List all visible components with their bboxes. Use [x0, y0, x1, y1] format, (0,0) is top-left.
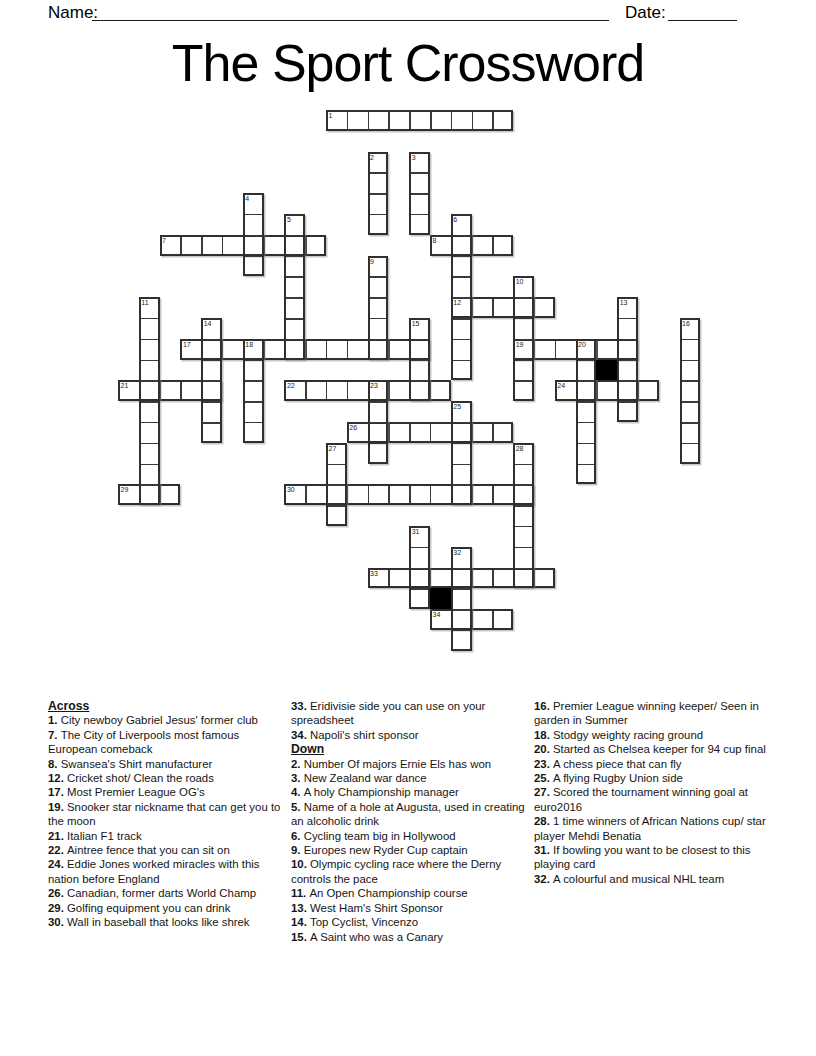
- clue-number-22: 22: [287, 382, 295, 389]
- clue-column-1: Across1. City newboy Gabriel Jesus' form…: [48, 699, 288, 930]
- cell-divider: [222, 237, 224, 254]
- clue-number-33: 33: [370, 570, 378, 577]
- clue-11: 11. An Open Championship course: [291, 886, 531, 900]
- cell-divider: [578, 401, 595, 403]
- cell-divider: [347, 382, 349, 399]
- cell-divider: [245, 380, 262, 382]
- word-8-across[interactable]: [430, 235, 513, 256]
- cell-divider: [492, 570, 494, 587]
- cell-divider: [619, 339, 636, 341]
- cell-divider: [245, 214, 262, 216]
- cell-divider: [141, 318, 158, 320]
- clue-column-3: 16. Premier League winning keeper/ Seen …: [534, 699, 774, 886]
- clue-10: 10. Olympic cycling race where the Derny…: [291, 857, 531, 886]
- cell-divider: [682, 339, 699, 341]
- cell-divider: [515, 505, 532, 507]
- clue-20: 20. Started as Chelsea keeper for 94 cup…: [534, 742, 774, 756]
- clue-22: 22. Aintree fence that you can sit on: [48, 843, 288, 857]
- cell-divider: [453, 609, 470, 611]
- black-cell: [596, 360, 617, 381]
- word-31-down[interactable]: [409, 526, 430, 609]
- clue-5: 5. Name of a hole at Augusta, used in cr…: [291, 800, 531, 829]
- cell-divider: [141, 484, 158, 486]
- clue-number-23: 23: [370, 382, 378, 389]
- date-input-line[interactable]: [668, 2, 737, 21]
- cell-divider: [430, 424, 432, 441]
- across-heading: Across: [48, 699, 288, 713]
- clue-33: 33. Eridivisie side you can use on your …: [291, 699, 531, 728]
- clue-number-30: 30: [287, 486, 295, 493]
- cell-divider: [619, 318, 636, 320]
- cell-divider: [515, 318, 532, 320]
- clue-number-24: 24: [557, 382, 565, 389]
- cell-divider: [388, 570, 390, 587]
- cell-divider: [453, 464, 470, 466]
- cell-divider: [453, 235, 470, 237]
- cell-divider: [305, 486, 307, 503]
- cell-divider: [286, 318, 303, 320]
- clue-number-15: 15: [412, 320, 420, 327]
- cell-divider: [578, 443, 595, 445]
- cell-divider: [451, 112, 453, 129]
- clue-number-3: 3: [412, 154, 416, 161]
- cell-divider: [245, 256, 262, 258]
- cell-divider: [141, 443, 158, 445]
- clue-25: 25. A flying Rugby Union side: [534, 771, 774, 785]
- page-title: The Sport Crossword: [0, 33, 816, 93]
- clue-number-11: 11: [141, 299, 148, 306]
- cell-divider: [453, 318, 470, 320]
- cell-divider: [492, 299, 494, 316]
- cell-divider: [409, 486, 411, 503]
- clue-28: 28. 1 time winners of African Nations cu…: [534, 814, 774, 843]
- cell-divider: [515, 297, 532, 299]
- cell-divider: [388, 486, 390, 503]
- cell-divider: [388, 424, 390, 441]
- word-9-down[interactable]: [368, 256, 389, 360]
- cell-divider: [453, 360, 470, 362]
- date-label: Date:: [625, 3, 666, 23]
- clue-27: 27. Scored the tournament winning goal a…: [534, 785, 774, 814]
- cell-divider: [370, 443, 387, 445]
- clue-6: 6. Cycling team big in Hollywood: [291, 829, 531, 843]
- cell-divider: [388, 112, 390, 129]
- cell-divider: [180, 237, 182, 254]
- clue-30: 30. Wall in baseball that looks like shr…: [48, 915, 288, 929]
- clue-number-14: 14: [204, 320, 212, 327]
- clue-number-5: 5: [287, 216, 291, 223]
- cell-divider: [492, 237, 494, 254]
- cell-divider: [492, 424, 494, 441]
- cell-divider: [430, 112, 432, 129]
- word-34-across[interactable]: [430, 609, 513, 630]
- cell-divider: [472, 299, 474, 316]
- cell-divider: [515, 484, 532, 486]
- cell-divider: [534, 341, 536, 358]
- cell-divider: [326, 382, 328, 399]
- cell-divider: [515, 464, 532, 466]
- cell-divider: [619, 360, 636, 362]
- cell-divider: [370, 422, 387, 424]
- clue-29: 29. Golfing equipment you can drink: [48, 901, 288, 915]
- name-input-line[interactable]: [92, 2, 609, 21]
- clue-13: 13. West Ham's Shirt Sponsor: [291, 901, 531, 915]
- cell-divider: [411, 380, 428, 382]
- cell-divider: [141, 401, 158, 403]
- clue-12: 12. Cricket shot/ Clean the roads: [48, 771, 288, 785]
- cell-divider: [203, 401, 220, 403]
- word-5-down[interactable]: [284, 214, 305, 360]
- cell-divider: [453, 443, 470, 445]
- cell-divider: [328, 464, 345, 466]
- cell-divider: [326, 341, 328, 358]
- clue-number-27: 27: [329, 445, 337, 452]
- cell-divider: [141, 339, 158, 341]
- cell-divider: [453, 339, 470, 341]
- word-28-down[interactable]: [513, 443, 534, 589]
- cell-divider: [492, 112, 494, 129]
- cell-divider: [578, 380, 595, 382]
- clue-number-20: 20: [578, 341, 586, 348]
- cell-divider: [411, 360, 428, 362]
- cell-divider: [286, 339, 303, 341]
- clue-number-8: 8: [433, 237, 437, 244]
- clue-9: 9. Europes new Ryder Cup captain: [291, 843, 531, 857]
- cell-divider: [305, 382, 307, 399]
- cell-divider: [492, 486, 494, 503]
- word-27-down[interactable]: [326, 443, 347, 526]
- cell-divider: [472, 486, 474, 503]
- cell-divider: [453, 484, 470, 486]
- cell-divider: [555, 341, 557, 358]
- cell-divider: [264, 237, 266, 254]
- clue-18: 18. Stodgy weighty racing ground: [534, 728, 774, 742]
- clue-number-6: 6: [453, 216, 457, 223]
- cell-divider: [388, 382, 390, 399]
- word-6-down[interactable]: [451, 214, 472, 380]
- word-2-down[interactable]: [368, 152, 389, 235]
- clue-number-19: 19: [516, 341, 524, 348]
- cell-divider: [245, 235, 262, 237]
- clue-31: 31. If bowling you want to be closest to…: [534, 843, 774, 872]
- cell-divider: [596, 382, 598, 399]
- cell-divider: [515, 568, 532, 570]
- cell-divider: [141, 422, 158, 424]
- cell-divider: [180, 382, 182, 399]
- cell-divider: [388, 341, 390, 358]
- worksheet-page: Name: Date: The Sport Crossword 17812171…: [0, 0, 816, 1056]
- word-32-down[interactable]: [451, 547, 472, 651]
- clue-34: 34. Napoli's shirt sponsor: [291, 728, 531, 742]
- word-1-across[interactable]: [326, 110, 513, 131]
- cell-divider: [453, 630, 470, 632]
- clue-number-2: 2: [370, 154, 374, 161]
- word-16-down[interactable]: [680, 318, 701, 464]
- cell-divider: [141, 380, 158, 382]
- clue-7: 7. The City of Liverpools most famous Eu…: [48, 728, 288, 757]
- cell-divider: [453, 422, 470, 424]
- clue-3: 3. New Zealand war dance: [291, 771, 531, 785]
- cell-divider: [578, 422, 595, 424]
- cell-divider: [370, 339, 387, 341]
- cell-divider: [411, 193, 428, 195]
- cell-divider: [534, 570, 536, 587]
- cell-divider: [472, 424, 474, 441]
- cell-divider: [328, 505, 345, 507]
- cell-divider: [370, 193, 387, 195]
- cell-divider: [453, 568, 470, 570]
- cell-divider: [515, 526, 532, 528]
- cell-divider: [472, 611, 474, 628]
- down-heading: Down: [291, 742, 531, 756]
- cell-divider: [472, 570, 474, 587]
- cell-divider: [411, 214, 428, 216]
- cell-divider: [368, 112, 370, 129]
- word-3-down[interactable]: [409, 152, 430, 235]
- cell-divider: [453, 256, 470, 258]
- cell-divider: [370, 318, 387, 320]
- clue-number-25: 25: [453, 403, 461, 410]
- clue-number-7: 7: [162, 237, 166, 244]
- clue-column-2: 33. Eridivisie side you can use on your …: [291, 699, 531, 944]
- cell-divider: [141, 360, 158, 362]
- cell-divider: [370, 214, 387, 216]
- black-cell: [430, 588, 451, 609]
- cell-divider: [305, 237, 307, 254]
- word-30-across[interactable]: [284, 484, 534, 505]
- clue-15: 15. A Saint who was a Canary: [291, 930, 531, 944]
- word-11-down[interactable]: [139, 297, 160, 505]
- cell-divider: [515, 360, 532, 362]
- word-15-down[interactable]: [409, 318, 430, 401]
- word-25-down[interactable]: [451, 401, 472, 505]
- cell-divider: [515, 380, 532, 382]
- clue-19: 19. Snooker star nickname that can get y…: [48, 800, 288, 829]
- cell-divider: [245, 401, 262, 403]
- cell-divider: [328, 484, 345, 486]
- cell-divider: [596, 341, 598, 358]
- clue-number-18: 18: [245, 341, 253, 348]
- cell-divider: [453, 588, 470, 590]
- cell-divider: [619, 380, 636, 382]
- cell-divider: [411, 568, 428, 570]
- clue-21: 21. Italian F1 track: [48, 829, 288, 843]
- crossword-grid: 1781217192122242629303334234569101113141…: [118, 110, 701, 651]
- cell-divider: [578, 360, 595, 362]
- cell-divider: [160, 486, 162, 503]
- clue-number-12: 12: [453, 299, 461, 306]
- cell-divider: [619, 401, 636, 403]
- clue-17: 17. Most Premier League OG's: [48, 785, 288, 799]
- cell-divider: [411, 547, 428, 549]
- cell-divider: [264, 341, 266, 358]
- clue-number-9: 9: [370, 258, 374, 265]
- name-label: Name:: [48, 3, 98, 23]
- cell-divider: [370, 401, 387, 403]
- cell-divider: [201, 237, 203, 254]
- clue-32: 32. A colourful and musical NHL team: [534, 872, 774, 886]
- cell-divider: [534, 299, 536, 316]
- cell-divider: [409, 112, 411, 129]
- cell-divider: [682, 422, 699, 424]
- cell-divider: [411, 339, 428, 341]
- clue-2: 2. Number Of majors Ernie Els has won: [291, 757, 531, 771]
- cell-divider: [492, 611, 494, 628]
- clue-number-17: 17: [183, 341, 191, 348]
- cell-divider: [141, 464, 158, 466]
- cell-divider: [245, 360, 262, 362]
- clue-number-32: 32: [453, 549, 461, 556]
- clue-number-34: 34: [433, 611, 441, 618]
- cell-divider: [286, 297, 303, 299]
- clue-number-10: 10: [516, 278, 524, 285]
- cell-divider: [347, 341, 349, 358]
- cell-divider: [682, 401, 699, 403]
- cell-divider: [515, 547, 532, 549]
- word-14-down[interactable]: [201, 318, 222, 443]
- clue-8: 8. Swansea's Shirt manufacturer: [48, 757, 288, 771]
- cell-divider: [203, 422, 220, 424]
- clue-1: 1. City newboy Gabriel Jesus' former clu…: [48, 713, 288, 727]
- cell-divider: [472, 237, 474, 254]
- cell-divider: [682, 380, 699, 382]
- clue-number-31: 31: [412, 528, 420, 535]
- word-20-down[interactable]: [576, 339, 597, 485]
- cell-divider: [409, 424, 411, 441]
- clue-16: 16. Premier League winning keeper/ Seen …: [534, 699, 774, 728]
- cell-divider: [472, 112, 474, 129]
- word-24-across[interactable]: [555, 380, 659, 401]
- cell-divider: [638, 382, 640, 399]
- cell-divider: [370, 276, 387, 278]
- clue-number-16: 16: [682, 320, 690, 327]
- cell-divider: [430, 570, 432, 587]
- cell-divider: [578, 464, 595, 466]
- cell-divider: [286, 256, 303, 258]
- cell-divider: [245, 422, 262, 424]
- clue-number-1: 1: [329, 112, 333, 119]
- clue-number-4: 4: [245, 195, 249, 202]
- cell-divider: [430, 382, 432, 399]
- cell-divider: [370, 297, 387, 299]
- cell-divider: [286, 276, 303, 278]
- clue-number-28: 28: [516, 445, 524, 452]
- clue-14: 14. Top Cyclist, Vincenzo: [291, 915, 531, 929]
- cell-divider: [222, 341, 224, 358]
- clue-number-13: 13: [620, 299, 628, 306]
- cell-divider: [160, 382, 162, 399]
- word-18-down[interactable]: [243, 339, 264, 443]
- clue-24: 24. Eddie Jones worked miracles with thi…: [48, 857, 288, 886]
- cell-divider: [286, 235, 303, 237]
- clue-number-21: 21: [121, 382, 129, 389]
- word-23-down[interactable]: [368, 380, 389, 463]
- cell-divider: [368, 486, 370, 503]
- cell-divider: [347, 112, 349, 129]
- cell-divider: [203, 360, 220, 362]
- cell-divider: [411, 588, 428, 590]
- cell-divider: [682, 360, 699, 362]
- cell-divider: [453, 276, 470, 278]
- clue-23: 23. A chess piece that can fly: [534, 757, 774, 771]
- cell-divider: [370, 172, 387, 174]
- word-4-down[interactable]: [243, 193, 264, 276]
- word-13-down[interactable]: [617, 297, 638, 422]
- cell-divider: [347, 486, 349, 503]
- cell-divider: [430, 486, 432, 503]
- cell-divider: [203, 339, 220, 341]
- cell-divider: [305, 341, 307, 358]
- clue-number-29: 29: [121, 486, 129, 493]
- clue-26: 26. Canadian, former darts World Champ: [48, 886, 288, 900]
- word-10-down[interactable]: [513, 276, 534, 401]
- cell-divider: [203, 380, 220, 382]
- cell-divider: [411, 172, 428, 174]
- clue-4: 4. A holy Championship manager: [291, 785, 531, 799]
- clue-number-26: 26: [349, 424, 357, 431]
- cell-divider: [682, 443, 699, 445]
